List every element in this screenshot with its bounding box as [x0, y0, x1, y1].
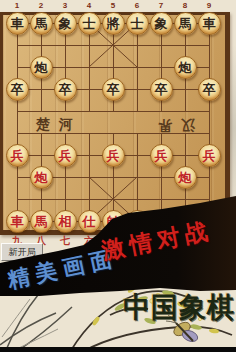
piece-black[interactable]: 將	[102, 12, 125, 35]
piece-character: 將	[107, 17, 120, 30]
piece-character: 象	[155, 17, 168, 30]
piece-character: 馬	[35, 17, 48, 30]
column-number: 4	[83, 1, 95, 10]
piece-red[interactable]: 馬	[30, 210, 53, 233]
piece-character: 兵	[11, 149, 24, 162]
piece-character: 仕	[83, 215, 96, 228]
piece-red[interactable]: 仕	[78, 210, 101, 233]
piece-character: 炮	[179, 171, 192, 184]
column-number: 6	[131, 1, 143, 10]
piece-character: 帥	[107, 215, 120, 228]
piece-character: 車	[11, 17, 24, 30]
piece-character: 相	[59, 215, 72, 228]
column-number: 1	[11, 1, 23, 10]
piece-character: 兵	[59, 149, 72, 162]
piece-character: 卒	[107, 83, 120, 96]
piece-red[interactable]: 兵	[54, 144, 77, 167]
piece-black[interactable]: 炮	[30, 56, 53, 79]
piece-red[interactable]: 相	[54, 210, 77, 233]
piece-red[interactable]: 炮	[30, 166, 53, 189]
piece-character: 卒	[59, 83, 72, 96]
piece-red[interactable]: 帥	[102, 210, 125, 233]
piece-character: 兵	[107, 149, 120, 162]
piece-black[interactable]: 卒	[54, 78, 77, 101]
piece-black[interactable]: 士	[78, 12, 101, 35]
piece-black[interactable]: 車	[6, 12, 29, 35]
piece-black[interactable]: 卒	[102, 78, 125, 101]
piece-character: 炮	[35, 61, 48, 74]
piece-character: 車	[11, 215, 24, 228]
column-number: 5	[107, 1, 119, 10]
piece-black[interactable]: 車	[198, 12, 221, 35]
column-number: 7	[155, 1, 167, 10]
piece-red[interactable]: 兵	[150, 144, 173, 167]
column-number: 2	[35, 1, 47, 10]
piece-character: 車	[203, 17, 216, 30]
piece-character: 士	[83, 17, 96, 30]
piece-character: 卒	[203, 83, 216, 96]
piece-red[interactable]: 兵	[198, 144, 221, 167]
piece-character: 仕	[131, 215, 144, 228]
piece-character: 卒	[11, 83, 24, 96]
column-number: 3	[59, 1, 71, 10]
piece-character: 卒	[155, 83, 168, 96]
piece-black[interactable]: 卒	[198, 78, 221, 101]
piece-character: 炮	[179, 61, 192, 74]
piece-red[interactable]: 炮	[174, 166, 197, 189]
piece-character: 兵	[155, 149, 168, 162]
column-number-red: 七	[59, 234, 71, 248]
piece-red[interactable]: 兵	[6, 144, 29, 167]
column-number: 8	[179, 1, 191, 10]
piece-red[interactable]: 兵	[102, 144, 125, 167]
piece-character: 馬	[35, 215, 48, 228]
column-number: 9	[203, 1, 215, 10]
piece-red[interactable]: 車	[6, 210, 29, 233]
piece-black[interactable]: 象	[150, 12, 173, 35]
piece-black[interactable]: 馬	[30, 12, 53, 35]
piece-character: 馬	[179, 17, 192, 30]
piece-black[interactable]: 卒	[150, 78, 173, 101]
piece-black[interactable]: 卒	[6, 78, 29, 101]
piece-black[interactable]: 炮	[174, 56, 197, 79]
piece-black[interactable]: 象	[54, 12, 77, 35]
piece-character: 兵	[203, 149, 216, 162]
new-game-button[interactable]: 新开局	[1, 243, 43, 261]
piece-character: 象	[59, 17, 72, 30]
piece-black[interactable]: 士	[126, 12, 149, 35]
app-logo-text: 中国象棋	[123, 289, 235, 327]
piece-character: 炮	[35, 171, 48, 184]
column-number-red: 六	[83, 234, 95, 248]
app-screen: 123456789 楚河 汉界 車馬象士將士象馬車炮炮卒卒卒卒卒兵兵兵兵兵炮炮車…	[0, 0, 236, 352]
bottom-black-bar	[0, 347, 236, 352]
river-label-chu-he: 楚河	[36, 116, 82, 134]
piece-character: 士	[131, 17, 144, 30]
river-label-han-jie: 汉界	[146, 116, 198, 134]
piece-black[interactable]: 馬	[174, 12, 197, 35]
